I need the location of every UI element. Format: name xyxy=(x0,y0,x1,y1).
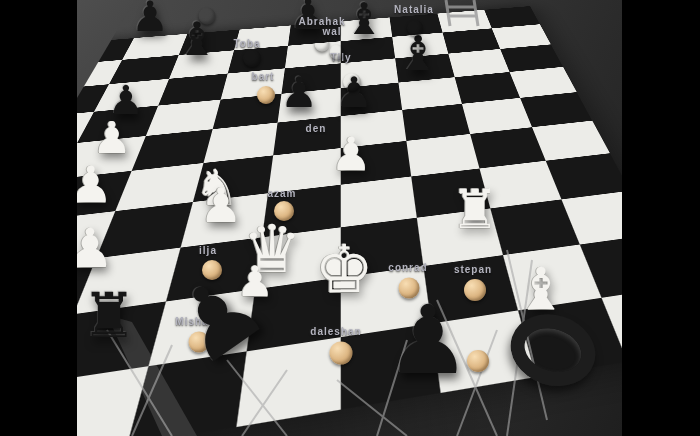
player-name-toba: Toba xyxy=(233,38,260,49)
white-bishop[interactable]: ♝ xyxy=(515,260,567,318)
app-window: ↶ ⚙ < 0 > 11001000010010110 10 x 10 ♟♝♟♝… xyxy=(0,0,700,436)
player-name-bart: bart xyxy=(252,71,275,82)
player-name-den: den xyxy=(306,123,327,134)
black-bishop[interactable]: ♝ xyxy=(396,29,439,77)
black-pawn[interactable]: ♟ xyxy=(385,293,470,388)
black-pawn[interactable]: ♟ xyxy=(280,72,318,114)
white-pawn[interactable]: ♟ xyxy=(77,222,114,276)
player-name-azam: azam xyxy=(267,188,296,199)
black-pawn[interactable]: ♟ xyxy=(131,0,169,38)
player-face xyxy=(330,342,353,365)
player-name-wal: wal xyxy=(322,26,341,37)
white-pawn[interactable]: ♟ xyxy=(330,131,371,177)
player-name-conrad: conrad xyxy=(388,262,427,273)
white-pawn[interactable]: ♟ xyxy=(77,160,113,210)
white-king[interactable]: ♚ xyxy=(314,237,373,303)
black-bishop[interactable]: ♝ xyxy=(344,0,383,41)
player-face xyxy=(199,8,216,25)
player-name-stepan: stepan xyxy=(454,264,492,275)
player-face xyxy=(243,49,261,67)
player-face xyxy=(407,20,423,36)
player-face xyxy=(257,86,275,104)
player-name-daleshan: daleshan xyxy=(310,326,361,337)
white-rook[interactable]: ♜ xyxy=(451,183,499,237)
player-name-natalia: Natalia xyxy=(394,4,434,15)
black-rook[interactable]: ♜ xyxy=(81,285,137,347)
game-viewport: ↶ ⚙ < 0 > 11001000010010110 10 x 10 ♟♝♟♝… xyxy=(77,0,622,436)
player-face xyxy=(315,37,330,52)
player-face xyxy=(330,45,345,60)
white-pawn[interactable]: ♟ xyxy=(92,116,131,160)
player-face xyxy=(343,73,361,91)
white-pawn[interactable]: ♟ xyxy=(199,181,242,229)
